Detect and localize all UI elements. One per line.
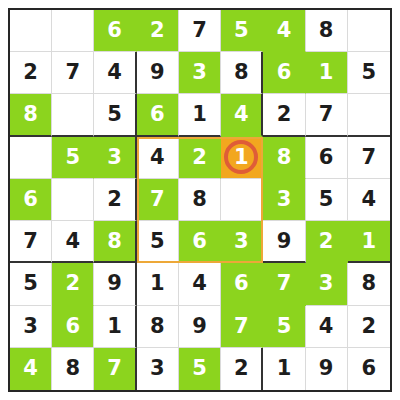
cell-r8c7[interactable]: 5: [263, 306, 305, 348]
cell-r3c8[interactable]: 7: [306, 94, 348, 136]
cell-value: 3: [150, 358, 165, 379]
cell-value: 7: [277, 273, 292, 294]
cell-r5c8[interactable]: 5: [306, 179, 348, 221]
cell-value: 1: [362, 231, 377, 252]
cell-value: 8: [234, 62, 249, 83]
cell-value: 4: [362, 189, 377, 210]
cell-value: 8: [192, 189, 207, 210]
cell-r4c1[interactable]: [10, 137, 52, 179]
cell-r1c9[interactable]: [348, 10, 390, 52]
cell-r5c7[interactable]: 3: [263, 179, 305, 221]
cell-r5c6[interactable]: [221, 179, 263, 221]
cell-value: 7: [319, 104, 334, 125]
cell-value: 2: [107, 189, 122, 210]
cell-value: 4: [277, 20, 292, 41]
cell-value: 3: [319, 273, 334, 294]
cell-r5c2[interactable]: [52, 179, 94, 221]
cell-value: 2: [66, 273, 81, 294]
cell-r5c5[interactable]: 8: [179, 179, 221, 221]
cell-r6c7[interactable]: 9: [263, 221, 305, 263]
cell-r6c3[interactable]: 8: [94, 221, 136, 263]
cell-value: 1: [107, 316, 122, 337]
cell-r4c7[interactable]: 8: [263, 137, 305, 179]
cell-value: 6: [277, 62, 292, 83]
cell-r7c3[interactable]: 9: [94, 263, 136, 305]
cell-r5c9[interactable]: 4: [348, 179, 390, 221]
cell-value: 6: [107, 20, 122, 41]
cell-value: 6: [150, 104, 165, 125]
cell-value: 7: [150, 189, 165, 210]
cell-r5c4[interactable]: 7: [137, 179, 179, 221]
cell-r1c4[interactable]: 2: [137, 10, 179, 52]
cell-value: 8: [107, 231, 122, 252]
cell-r6c9[interactable]: 1: [348, 221, 390, 263]
cell-value: 3: [234, 231, 249, 252]
cell-r7c4[interactable]: 1: [137, 263, 179, 305]
cell-r1c8[interactable]: 8: [306, 10, 348, 52]
cell-value: 5: [319, 189, 334, 210]
cell-value: 4: [66, 231, 81, 252]
cell-r2c6[interactable]: 8: [221, 52, 263, 94]
cell-value: 4: [23, 358, 38, 379]
cell-value: 7: [192, 20, 207, 41]
cell-value: 8: [150, 316, 165, 337]
cell-value: 3: [23, 316, 38, 337]
cell-value: 1: [277, 358, 292, 379]
cell-value: 7: [234, 316, 249, 337]
cell-r6c5[interactable]: 6: [179, 221, 221, 263]
cell-r3c2[interactable]: [52, 94, 94, 136]
page: { "game": "sudoku", "position": "..62754…: [0, 0, 400, 400]
cell-r9c7[interactable]: 1: [263, 348, 305, 390]
cell-value: 2: [150, 20, 165, 41]
cell-value: 7: [23, 231, 38, 252]
cell-r4c8[interactable]: 6: [306, 137, 348, 179]
cell-value: 6: [66, 316, 81, 337]
cell-value: 8: [66, 358, 81, 379]
cell-r1c3[interactable]: 6: [94, 10, 136, 52]
cell-r8c3[interactable]: 1: [94, 306, 136, 348]
cell-value: 9: [150, 62, 165, 83]
cell-r5c1[interactable]: 6: [10, 179, 52, 221]
cell-r1c6[interactable]: 5: [221, 10, 263, 52]
cell-r9c4[interactable]: 3: [137, 348, 179, 390]
cell-value: 8: [362, 273, 377, 294]
cell-value: 6: [234, 273, 249, 294]
cell-value: 5: [150, 231, 165, 252]
cell-value: 5: [66, 147, 81, 168]
cell-r1c7[interactable]: 4: [263, 10, 305, 52]
cell-value: 8: [319, 20, 334, 41]
cell-r2c9[interactable]: 5: [348, 52, 390, 94]
cell-value: 7: [66, 62, 81, 83]
cell-r9c2[interactable]: 8: [52, 348, 94, 390]
cell-r3c5[interactable]: 1: [179, 94, 221, 136]
cell-value: 9: [277, 231, 292, 252]
cell-value: 2: [319, 231, 334, 252]
cell-r4c5[interactable]: 2: [179, 137, 221, 179]
cell-value: 9: [319, 358, 334, 379]
cell-r6c6[interactable]: 3: [221, 221, 263, 263]
cell-value: 5: [362, 62, 377, 83]
cell-r3c4[interactable]: 6: [137, 94, 179, 136]
cell-value: 4: [192, 273, 207, 294]
cell-value: 5: [107, 104, 122, 125]
cell-r8c8[interactable]: 4: [306, 306, 348, 348]
cell-r6c4[interactable]: 5: [137, 221, 179, 263]
cell-r6c1[interactable]: 7: [10, 221, 52, 263]
cell-r3c1[interactable]: 8: [10, 94, 52, 136]
cell-value: 2: [234, 358, 249, 379]
cell-r8c4[interactable]: 8: [137, 306, 179, 348]
cell-r9c8[interactable]: 9: [306, 348, 348, 390]
cell-value: 1: [234, 147, 249, 168]
cell-value: 4: [107, 62, 122, 83]
cell-r3c9[interactable]: [348, 94, 390, 136]
cell-value: 6: [319, 147, 334, 168]
cell-value: 3: [107, 147, 122, 168]
cell-r2c1[interactable]: 2: [10, 52, 52, 94]
cell-r8c2[interactable]: 6: [52, 306, 94, 348]
cell-r6c8[interactable]: 2: [306, 221, 348, 263]
cell-value: 5: [23, 273, 38, 294]
cell-r3c6[interactable]: 4: [221, 94, 263, 136]
cell-r2c2[interactable]: 7: [52, 52, 94, 94]
cell-value: 9: [107, 273, 122, 294]
cell-r9c5[interactable]: 5: [179, 348, 221, 390]
cell-r3c7[interactable]: 2: [263, 94, 305, 136]
cell-value: 6: [23, 189, 38, 210]
cell-r7c6[interactable]: 6: [221, 263, 263, 305]
cell-r8c6[interactable]: 7: [221, 306, 263, 348]
cell-r7c5[interactable]: 4: [179, 263, 221, 305]
cell-value: 4: [319, 316, 334, 337]
cell-r9c3[interactable]: 7: [94, 348, 136, 390]
cell-value: 4: [150, 147, 165, 168]
sudoku-board: 6275482749386158561427534218676278354748…: [8, 8, 392, 392]
cell-value: 4: [234, 104, 249, 125]
cell-value: 8: [23, 104, 38, 125]
cell-value: 6: [362, 358, 377, 379]
cell-value: 2: [23, 62, 38, 83]
cell-r2c5[interactable]: 3: [179, 52, 221, 94]
cell-r3c3[interactable]: 5: [94, 94, 136, 136]
cell-r8c5[interactable]: 9: [179, 306, 221, 348]
cell-r1c5[interactable]: 7: [179, 10, 221, 52]
cell-r7c7[interactable]: 7: [263, 263, 305, 305]
cell-r4c2[interactable]: 5: [52, 137, 94, 179]
cell-value: 8: [277, 147, 292, 168]
cell-value: 2: [362, 316, 377, 337]
cell-r2c4[interactable]: 9: [137, 52, 179, 94]
cell-value: 3: [277, 189, 292, 210]
cell-value: 2: [192, 147, 207, 168]
cell-value: 7: [362, 147, 377, 168]
cell-r2c3[interactable]: 4: [94, 52, 136, 94]
cell-r7c1[interactable]: 5: [10, 263, 52, 305]
cell-value: 2: [277, 104, 292, 125]
cell-r4c4[interactable]: 4: [137, 137, 179, 179]
cell-r4c9[interactable]: 7: [348, 137, 390, 179]
cell-r2c8[interactable]: 1: [306, 52, 348, 94]
cell-value: 5: [234, 20, 249, 41]
cell-r1c1[interactable]: [10, 10, 52, 52]
cell-value: 1: [319, 62, 334, 83]
cell-r1c2[interactable]: [52, 10, 94, 52]
cell-r7c9[interactable]: 8: [348, 263, 390, 305]
cell-value: 5: [192, 358, 207, 379]
cell-r9c1[interactable]: 4: [10, 348, 52, 390]
cell-value: 5: [277, 316, 292, 337]
cell-r2c7[interactable]: 6: [263, 52, 305, 94]
cell-r7c2[interactable]: 2: [52, 263, 94, 305]
cell-r4c6[interactable]: 1: [221, 137, 263, 179]
cell-r8c9[interactable]: 2: [348, 306, 390, 348]
cell-r7c8[interactable]: 3: [306, 263, 348, 305]
cell-r8c1[interactable]: 3: [10, 306, 52, 348]
cell-value: 9: [192, 316, 207, 337]
cell-value: 1: [150, 273, 165, 294]
cell-value: 1: [192, 104, 207, 125]
cell-value: 3: [192, 62, 207, 83]
cell-r9c9[interactable]: 6: [348, 348, 390, 390]
cell-r4c3[interactable]: 3: [94, 137, 136, 179]
cell-value: 7: [107, 358, 122, 379]
cell-r9c6[interactable]: 2: [221, 348, 263, 390]
cell-r6c2[interactable]: 4: [52, 221, 94, 263]
cell-value: 6: [192, 231, 207, 252]
cell-r5c3[interactable]: 2: [94, 179, 136, 221]
